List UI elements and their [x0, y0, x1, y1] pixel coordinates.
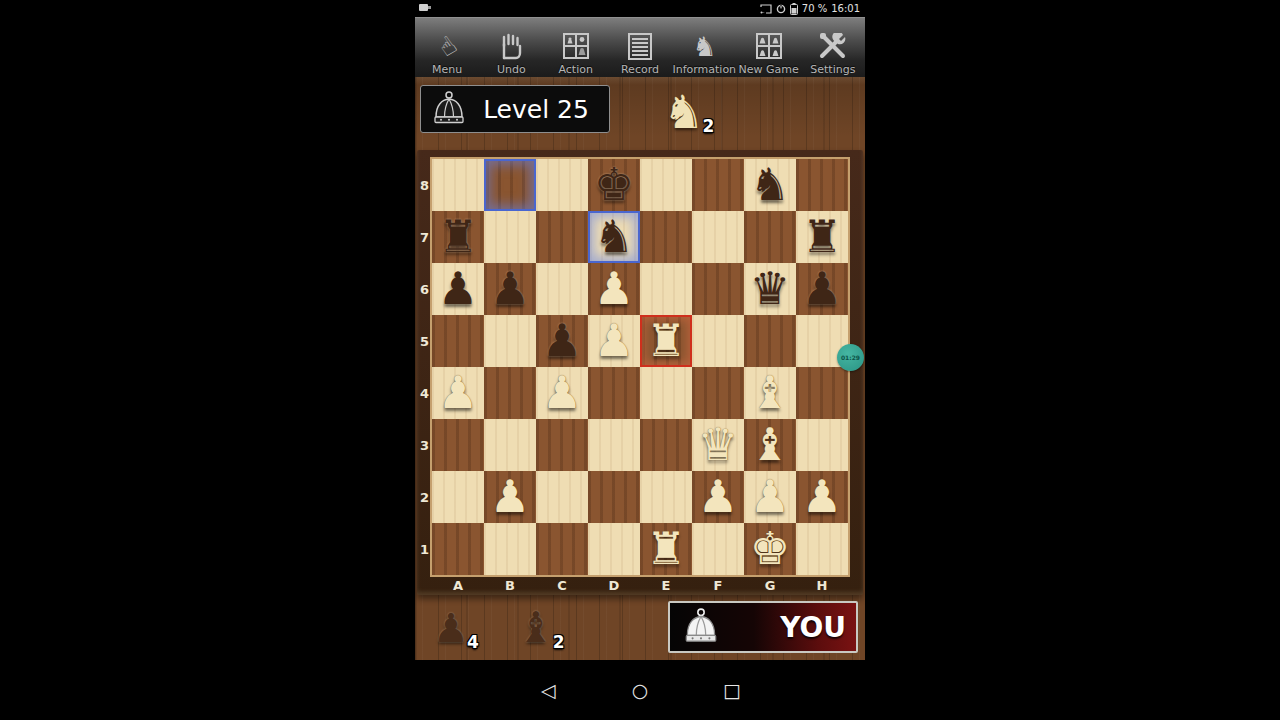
square-a2[interactable] [432, 471, 484, 523]
piece-white-pawn: ♟ [750, 473, 790, 521]
new-game-button[interactable]: New Game [737, 21, 801, 77]
square-f7[interactable] [692, 211, 744, 263]
square-d4[interactable] [588, 367, 640, 419]
file-label-e: E [640, 575, 692, 595]
white-crown-icon [680, 607, 722, 647]
captured-black-bishop: ♝ 2 [517, 603, 555, 653]
piece-white-pawn: ♟ [542, 369, 582, 417]
player-name-label: YOU [722, 611, 856, 644]
back-button[interactable]: ◁ [528, 660, 568, 720]
file-label-b: B [484, 575, 536, 595]
square-d1[interactable] [588, 523, 640, 575]
square-h1[interactable] [796, 523, 848, 575]
square-a1[interactable] [432, 523, 484, 575]
piece-white-pawn: ♟ [594, 265, 634, 313]
square-g5[interactable] [744, 315, 796, 367]
square-f6[interactable] [692, 263, 744, 315]
square-h2[interactable]: ♟ [796, 471, 848, 523]
piece-white-pawn: ♟ [438, 369, 478, 417]
information-button[interactable]: ♞ Information [672, 21, 736, 77]
square-f4[interactable] [692, 367, 744, 419]
settings-button[interactable]: Settings [801, 21, 865, 77]
piece-white-pawn: ♟ [698, 473, 738, 521]
wood-background: Level 25 ♞ 2 ♚♞♜♞♜♟♟♟♛♟♟♟♜♟♟♝♛♝♟♟♟♟♜♚ 87… [415, 77, 865, 660]
rank-label-2: 2 [417, 471, 432, 523]
open-hand-icon [498, 29, 524, 63]
square-g6[interactable]: ♛ [744, 263, 796, 315]
square-f3[interactable]: ♛ [692, 419, 744, 471]
menu-button[interactable]: ☝ Menu [415, 21, 479, 77]
square-e2[interactable] [640, 471, 692, 523]
rank-label-5: 5 [417, 315, 432, 367]
timer-bubble[interactable]: 01:29 [837, 344, 864, 371]
battery-percent: 70 % [802, 3, 827, 14]
square-c5[interactable]: ♟ [536, 315, 588, 367]
square-e8[interactable] [640, 159, 692, 211]
square-d7[interactable]: ♞ [588, 211, 640, 263]
square-g2[interactable]: ♟ [744, 471, 796, 523]
piece-white-pawn: ♟ [802, 473, 842, 521]
square-f2[interactable]: ♟ [692, 471, 744, 523]
recents-button[interactable]: □ [712, 660, 752, 720]
square-a5[interactable] [432, 315, 484, 367]
file-label-h: H [796, 575, 848, 595]
square-b5[interactable] [484, 315, 536, 367]
square-a6[interactable]: ♟ [432, 263, 484, 315]
player-captured-tray: ♟ 4 ♝ 2 [415, 601, 865, 660]
record-button[interactable]: Record [608, 21, 672, 77]
mini-board-icon [563, 29, 589, 63]
square-c1[interactable] [536, 523, 588, 575]
board-frame: ♚♞♜♞♜♟♟♟♛♟♟♟♜♟♟♝♛♝♟♟♟♟♜♚ 87654321 ABCDEF… [417, 150, 863, 595]
piece-black-rook: ♜ [438, 213, 478, 261]
square-b6[interactable]: ♟ [484, 263, 536, 315]
square-d2[interactable] [588, 471, 640, 523]
piece-white-queen: ♛ [698, 421, 738, 469]
square-h7[interactable]: ♜ [796, 211, 848, 263]
opponent-banner: Level 25 [420, 85, 610, 133]
square-g4[interactable]: ♝ [744, 367, 796, 419]
square-c3[interactable] [536, 419, 588, 471]
opponent-level-label: Level 25 [469, 95, 609, 124]
notification-icon [419, 3, 431, 12]
square-a7[interactable]: ♜ [432, 211, 484, 263]
square-c7[interactable] [536, 211, 588, 263]
square-e1[interactable]: ♜ [640, 523, 692, 575]
square-d6[interactable]: ♟ [588, 263, 640, 315]
square-d8[interactable]: ♚ [588, 159, 640, 211]
square-g7[interactable] [744, 211, 796, 263]
piece-black-pawn: ♟ [490, 265, 530, 313]
square-h4[interactable] [796, 367, 848, 419]
square-h6[interactable]: ♟ [796, 263, 848, 315]
chess-board: ♚♞♜♞♜♟♟♟♛♟♟♟♜♟♟♝♛♝♟♟♟♟♜♚ [432, 159, 848, 575]
undo-button[interactable]: Undo [479, 21, 543, 77]
square-b2[interactable]: ♟ [484, 471, 536, 523]
piece-white-bishop: ♝ [750, 369, 790, 417]
captured-black-pawn: ♟ 4 [433, 603, 469, 653]
piece-black-pawn: ♟ [438, 265, 478, 313]
file-label-d: D [588, 575, 640, 595]
captured-white-knight: ♞ 2 [663, 87, 704, 137]
pointer-hand-icon: ☝ [440, 29, 455, 63]
black-crown-icon [429, 90, 469, 128]
square-c8[interactable] [536, 159, 588, 211]
piece-white-bishop: ♝ [750, 421, 790, 469]
square-d5[interactable]: ♟ [588, 315, 640, 367]
square-b8[interactable] [484, 159, 536, 211]
piece-black-king: ♚ [594, 161, 634, 209]
square-h8[interactable] [796, 159, 848, 211]
rank-label-1: 1 [417, 523, 432, 575]
piece-white-pawn: ♟ [594, 317, 634, 365]
android-nav-bar: ◁ ○ □ [415, 660, 865, 720]
square-f8[interactable] [692, 159, 744, 211]
piece-white-rook: ♜ [646, 525, 686, 573]
square-e6[interactable] [640, 263, 692, 315]
data-saver-icon [776, 4, 786, 14]
cast-icon [760, 4, 772, 14]
file-label-f: F [692, 575, 744, 595]
rank-label-6: 6 [417, 263, 432, 315]
square-g3[interactable]: ♝ [744, 419, 796, 471]
piece-black-pawn: ♟ [802, 265, 842, 313]
file-label-g: G [744, 575, 796, 595]
square-f5[interactable] [692, 315, 744, 367]
file-label-a: A [432, 575, 484, 595]
square-b7[interactable] [484, 211, 536, 263]
battery-icon [790, 3, 798, 15]
piece-black-rook: ♜ [802, 213, 842, 261]
square-b3[interactable] [484, 419, 536, 471]
piece-black-knight: ♞ [750, 161, 790, 209]
piece-white-rook: ♜ [646, 317, 686, 365]
square-a3[interactable] [432, 419, 484, 471]
new-board-icon [756, 29, 782, 63]
square-e3[interactable] [640, 419, 692, 471]
square-h3[interactable] [796, 419, 848, 471]
file-label-c: C [536, 575, 588, 595]
square-e5[interactable]: ♜ [640, 315, 692, 367]
square-b1[interactable] [484, 523, 536, 575]
chess-app: 70 % 16:01 ☝ Menu Undo [415, 0, 865, 720]
square-g1[interactable]: ♚ [744, 523, 796, 575]
piece-black-knight: ♞ [594, 213, 634, 261]
piece-black-pawn: ♟ [542, 317, 582, 365]
square-a4[interactable]: ♟ [432, 367, 484, 419]
knight-icon: ♞ [692, 29, 716, 63]
square-c4[interactable]: ♟ [536, 367, 588, 419]
home-button[interactable]: ○ [620, 660, 660, 720]
square-f1[interactable] [692, 523, 744, 575]
android-status-bar: 70 % 16:01 [415, 0, 865, 17]
square-b4[interactable] [484, 367, 536, 419]
square-c2[interactable] [536, 471, 588, 523]
square-a8[interactable] [432, 159, 484, 211]
square-e4[interactable] [640, 367, 692, 419]
square-e7[interactable] [640, 211, 692, 263]
action-button[interactable]: Action [544, 21, 608, 77]
clock-text: 16:01 [831, 3, 860, 14]
rank-label-3: 3 [417, 419, 432, 471]
piece-white-pawn: ♟ [490, 473, 530, 521]
move-list-icon [628, 29, 652, 63]
rank-label-4: 4 [417, 367, 432, 419]
screen: 70 % 16:01 ☝ Menu Undo [0, 0, 1280, 720]
rank-label-7: 7 [417, 211, 432, 263]
square-c6[interactable] [536, 263, 588, 315]
piece-white-king: ♚ [750, 525, 790, 573]
toolbar: ☝ Menu Undo Action [415, 17, 865, 77]
piece-black-queen: ♛ [750, 265, 790, 313]
square-d3[interactable] [588, 419, 640, 471]
wrench-icon [819, 29, 847, 63]
rank-label-8: 8 [417, 159, 432, 211]
square-g8[interactable]: ♞ [744, 159, 796, 211]
opponent-captured-tray: ♞ 2 [663, 87, 733, 143]
player-banner: YOU [668, 601, 858, 653]
